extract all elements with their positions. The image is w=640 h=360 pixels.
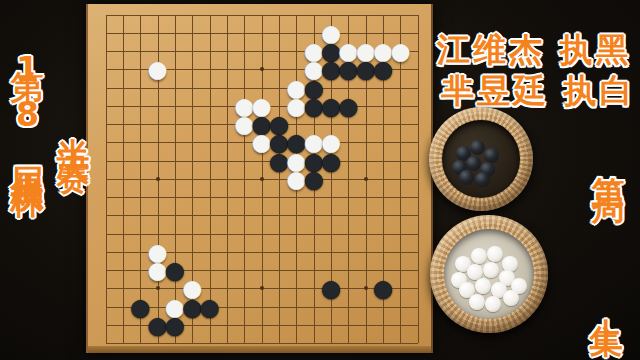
white-stone-in-bowl bbox=[469, 294, 485, 310]
white-stone-bowl bbox=[430, 215, 548, 333]
star-point bbox=[364, 67, 368, 71]
grid-line-horizontal bbox=[106, 325, 418, 326]
grid-line-vertical bbox=[279, 15, 280, 344]
video-frame: ●●●●●●●●●●●●●●●●●●●●●●●●●●●●●●●●●●●●●●●●… bbox=[0, 0, 640, 360]
grid-line-horizontal bbox=[106, 197, 418, 198]
black-stone-in-bowl bbox=[459, 170, 474, 185]
star-point bbox=[260, 67, 264, 71]
star-point bbox=[156, 286, 160, 290]
black-stone-in-bowl bbox=[475, 172, 490, 187]
star-point bbox=[364, 177, 368, 181]
black-stone-in-bowl bbox=[466, 156, 481, 171]
star-point bbox=[364, 286, 368, 290]
go-board: ●●●●●●●●●●●●●●●●●●●●●●●●●●●●●●●●●●●●●●●●… bbox=[86, 4, 433, 353]
star-point bbox=[260, 286, 264, 290]
black-stone-in-bowl bbox=[484, 148, 499, 163]
caption-game-number: 第二局 bbox=[585, 150, 630, 174]
black-stone-in-bowl bbox=[470, 140, 485, 155]
grid-line-horizontal bbox=[106, 307, 418, 308]
grid-line-vertical bbox=[383, 15, 384, 344]
white-stone-in-bowl bbox=[483, 262, 499, 278]
grid-line-vertical bbox=[296, 15, 297, 344]
grid-line-horizontal bbox=[106, 270, 418, 271]
caption-black-player: 江维杰 执黑 bbox=[437, 28, 632, 73]
grid-line-vertical bbox=[400, 15, 401, 344]
grid-line-horizontal bbox=[106, 343, 418, 344]
white-stone-in-bowl bbox=[485, 296, 501, 312]
grid-line-horizontal bbox=[106, 252, 418, 253]
grid-line-vertical bbox=[331, 15, 332, 344]
grid-line-horizontal bbox=[106, 234, 418, 235]
white-stone-in-bowl bbox=[471, 248, 487, 264]
grid-line-vertical bbox=[314, 15, 315, 344]
star-point bbox=[260, 177, 264, 181]
grid-line-vertical bbox=[348, 15, 349, 344]
white-stone-in-bowl bbox=[475, 278, 491, 294]
black-stone-bowl-opening bbox=[442, 120, 520, 198]
star-point bbox=[156, 67, 160, 71]
caption-episode: 上集 bbox=[583, 292, 628, 304]
white-stone-in-bowl bbox=[487, 246, 503, 262]
white-stone-bowl-opening bbox=[444, 229, 534, 319]
white-stone-in-bowl bbox=[503, 290, 519, 306]
grid-line-horizontal bbox=[106, 215, 418, 216]
black-stone-bowl bbox=[429, 107, 533, 211]
title-stage: 半决赛 bbox=[50, 112, 95, 142]
grid-line-vertical bbox=[418, 15, 419, 344]
title-tournament: 第18届倡棋杯 bbox=[4, 44, 49, 164]
star-point bbox=[156, 177, 160, 181]
